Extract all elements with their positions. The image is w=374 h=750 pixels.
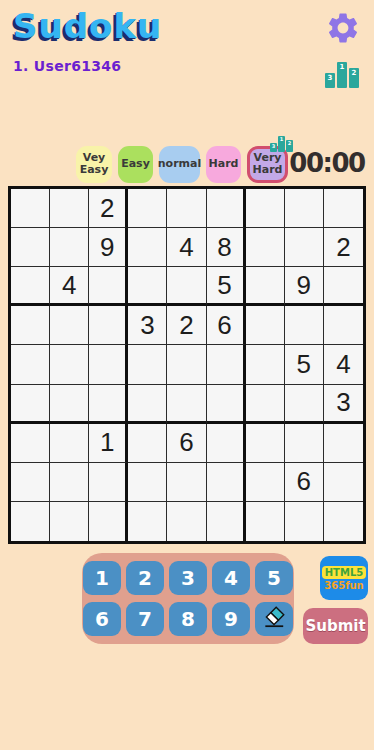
page-title: Sudoku: [13, 6, 162, 46]
cell-r9c6[interactable]: [207, 502, 246, 541]
cell-r1c7[interactable]: [246, 189, 285, 228]
cell-r8c4[interactable]: [128, 463, 167, 502]
cell-r2c1[interactable]: [11, 228, 50, 267]
cell-r6c5[interactable]: [167, 385, 206, 424]
cell-r3c3[interactable]: [89, 267, 128, 306]
cell-r9c2[interactable]: [50, 502, 89, 541]
cell-r8c8[interactable]: 6: [285, 463, 324, 502]
cell-r3c4[interactable]: [128, 267, 167, 306]
cell-r5c2[interactable]: [50, 345, 89, 384]
cell-r7c3[interactable]: 1: [89, 424, 128, 463]
podium-bar-2: 2: [349, 68, 359, 88]
leaderboard-user: 1. User61346: [13, 58, 121, 74]
html5-365fun-badge: HTML5 365fun: [320, 556, 368, 600]
numpad-1-button[interactable]: 1: [83, 561, 121, 595]
cell-r6c2[interactable]: [50, 385, 89, 424]
cell-r3c1[interactable]: [11, 267, 50, 306]
cell-r6c7[interactable]: [246, 385, 285, 424]
settings-button[interactable]: [325, 10, 361, 46]
cell-r3c6[interactable]: 5: [207, 267, 246, 306]
numpad-4-button[interactable]: 4: [212, 561, 250, 595]
cell-r9c1[interactable]: [11, 502, 50, 541]
cell-r4c7[interactable]: [246, 306, 285, 345]
numpad-6-button[interactable]: 6: [83, 602, 121, 636]
difficulty-vey-easy-button[interactable]: Vey Easy: [76, 146, 112, 183]
cell-r5c4[interactable]: [128, 345, 167, 384]
cell-r2c6[interactable]: 8: [207, 228, 246, 267]
cell-r5c8[interactable]: 5: [285, 345, 324, 384]
cell-r8c6[interactable]: [207, 463, 246, 502]
cell-r2c2[interactable]: [50, 228, 89, 267]
cell-r8c1[interactable]: [11, 463, 50, 502]
cell-r8c5[interactable]: [167, 463, 206, 502]
numpad-8-button[interactable]: 8: [169, 602, 207, 636]
cell-r7c4[interactable]: [128, 424, 167, 463]
cell-r1c8[interactable]: [285, 189, 324, 228]
cell-r4c4[interactable]: 3: [128, 306, 167, 345]
difficulty-hard-button[interactable]: Hard: [206, 146, 241, 183]
timer: 00:00: [285, 148, 369, 178]
difficulty-easy-button[interactable]: Easy: [118, 146, 153, 183]
numpad-9-button[interactable]: 9: [212, 602, 250, 636]
eraser-icon: [261, 604, 287, 635]
cell-r1c6[interactable]: [207, 189, 246, 228]
cell-r1c9[interactable]: [324, 189, 363, 228]
podium-bar-1: 1: [278, 136, 285, 152]
cell-r9c4[interactable]: [128, 502, 167, 541]
cell-r4c1[interactable]: [11, 306, 50, 345]
cell-r4c3[interactable]: [89, 306, 128, 345]
numpad-7-button[interactable]: 7: [126, 602, 164, 636]
cell-r2c4[interactable]: [128, 228, 167, 267]
cell-r6c6[interactable]: [207, 385, 246, 424]
cell-r4c6[interactable]: 6: [207, 306, 246, 345]
cell-r7c9[interactable]: [324, 424, 363, 463]
cell-r6c8[interactable]: [285, 385, 324, 424]
cell-r4c8[interactable]: [285, 306, 324, 345]
badge-line1: HTML5: [322, 566, 366, 579]
cell-r1c2[interactable]: [50, 189, 89, 228]
cell-r3c7[interactable]: [246, 267, 285, 306]
difficulty-very-hard-button[interactable]: Very Hard312: [247, 146, 288, 183]
cell-r6c3[interactable]: [89, 385, 128, 424]
cell-r4c9[interactable]: [324, 306, 363, 345]
cell-r6c9[interactable]: 3: [324, 385, 363, 424]
cell-r2c7[interactable]: [246, 228, 285, 267]
cell-r8c3[interactable]: [89, 463, 128, 502]
cell-r3c8[interactable]: 9: [285, 267, 324, 306]
cell-r2c3[interactable]: 9: [89, 228, 128, 267]
cell-r5c3[interactable]: [89, 345, 128, 384]
cell-r7c8[interactable]: [285, 424, 324, 463]
podium-bar-3: 3: [270, 143, 277, 152]
cell-r5c6[interactable]: [207, 345, 246, 384]
number-pad: 12345 6789: [82, 553, 294, 644]
cell-r5c9[interactable]: 4: [324, 345, 363, 384]
cell-r5c7[interactable]: [246, 345, 285, 384]
cell-r9c9[interactable]: [324, 502, 363, 541]
cell-r9c5[interactable]: [167, 502, 206, 541]
cell-r2c5[interactable]: 4: [167, 228, 206, 267]
cell-r1c1[interactable]: [11, 189, 50, 228]
numpad-5-button[interactable]: 5: [255, 561, 293, 595]
pad-row-2: 6789: [83, 602, 293, 636]
cell-r8c7[interactable]: [246, 463, 285, 502]
cell-r7c7[interactable]: [246, 424, 285, 463]
cell-r1c3[interactable]: 2: [89, 189, 128, 228]
cell-r2c8[interactable]: [285, 228, 324, 267]
cell-r9c3[interactable]: [89, 502, 128, 541]
numpad-2-button[interactable]: 2: [126, 561, 164, 595]
eraser-button[interactable]: [255, 602, 293, 636]
cell-r9c8[interactable]: [285, 502, 324, 541]
cell-r1c4[interactable]: [128, 189, 167, 228]
cell-r6c4[interactable]: [128, 385, 167, 424]
cell-r6c1[interactable]: [11, 385, 50, 424]
cell-r3c9[interactable]: [324, 267, 363, 306]
cell-r3c2[interactable]: 4: [50, 267, 89, 306]
difficulty-row: Vey EasyEasynormalHardVery Hard312: [76, 144, 288, 184]
cell-r1c5[interactable]: [167, 189, 206, 228]
podium-bar-3: 3: [325, 73, 335, 88]
numpad-3-button[interactable]: 3: [169, 561, 207, 595]
cell-r8c9[interactable]: [324, 463, 363, 502]
podium-bar-1: 1: [337, 62, 347, 88]
cell-r7c5[interactable]: 6: [167, 424, 206, 463]
cell-r8c2[interactable]: [50, 463, 89, 502]
cell-r7c1[interactable]: [11, 424, 50, 463]
cell-r3c5[interactable]: [167, 267, 206, 306]
difficulty-normal-button[interactable]: normal: [159, 146, 200, 183]
gear-icon: [325, 31, 361, 50]
cell-r5c1[interactable]: [11, 345, 50, 384]
pad-row-1: 12345: [83, 561, 293, 595]
cell-r7c2[interactable]: [50, 424, 89, 463]
badge-line2: 365fun: [324, 580, 363, 591]
cell-r5c5[interactable]: [167, 345, 206, 384]
cell-r4c5[interactable]: 2: [167, 306, 206, 345]
submit-button[interactable]: Submit: [303, 608, 368, 644]
cell-r2c9[interactable]: 2: [324, 228, 363, 267]
cell-r7c6[interactable]: [207, 424, 246, 463]
sudoku-board: 29482459326543166: [8, 186, 366, 544]
cell-r9c7[interactable]: [246, 502, 285, 541]
leaderboard-icon[interactable]: 312: [325, 56, 359, 88]
cell-r4c2[interactable]: [50, 306, 89, 345]
